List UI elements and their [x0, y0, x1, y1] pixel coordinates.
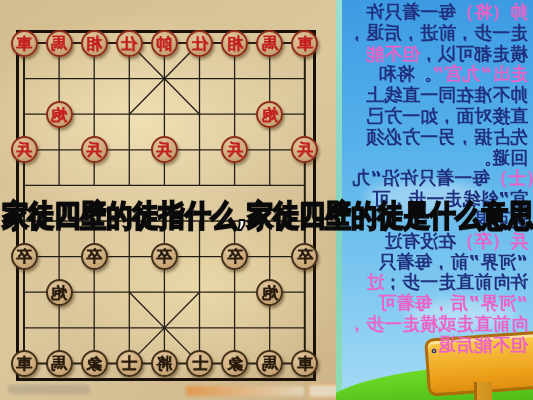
piece-black-horse[interactable]: 馬 — [256, 350, 283, 377]
rules-segment: 帅（将） — [456, 1, 528, 22]
piece-glyph: 馬 — [51, 352, 67, 375]
piece-glyph: 卒 — [86, 245, 102, 268]
piece-glyph: 仕 — [192, 32, 208, 55]
piece-red-cannon[interactable]: 炮 — [46, 101, 73, 128]
piece-glyph: 兵 — [227, 138, 243, 161]
rules-segment: 但不能 — [366, 43, 420, 64]
piece-glyph: 卒 — [156, 245, 172, 268]
piece-red-soldier[interactable]: 兵 — [151, 136, 178, 163]
rules-line: 向前直走或横走一步， — [340, 314, 528, 335]
rules-segment: 先占据，另一方必须 — [366, 126, 528, 147]
piece-black-soldier[interactable]: 卒 — [81, 243, 108, 270]
rules-segment: 许向前直走一步； — [384, 271, 528, 292]
piece-black-horse[interactable]: 馬 — [46, 350, 73, 377]
piece-glyph: 兵 — [16, 138, 32, 161]
piece-glyph: 車 — [297, 32, 313, 55]
piece-glyph: 兵 — [156, 138, 172, 161]
rules-segment: 过 — [366, 271, 384, 292]
piece-black-advisor[interactable]: 士 — [186, 350, 213, 377]
rules-segment: 直接对面，如一方已 — [366, 105, 528, 126]
piece-red-chariot[interactable]: 車 — [11, 30, 38, 57]
rules-segment: 每一着只许 — [366, 1, 456, 22]
rules-segment: 仕（士） — [490, 167, 533, 188]
piece-black-chariot[interactable]: 車 — [11, 350, 38, 377]
piece-glyph: 炮 — [262, 281, 278, 304]
rules-segment: 每一着只许沿“九 — [352, 167, 490, 188]
rules-segment: “河界”前，每着只 — [378, 251, 528, 272]
piece-glyph: 兵 — [86, 138, 102, 161]
title-overlay: 家徒四壁的徒指什么,家徒四壁的徒是什么意思 — [2, 196, 533, 237]
mirrored-rules-text: 帅（将）每一着只许走一步，前进，后退，横走都可以，但不能走出“九宫”。将和帅不准… — [340, 2, 528, 356]
piece-black-chariot[interactable]: 車 — [291, 350, 318, 377]
piece-glyph: 帥 — [156, 32, 172, 55]
piece-glyph: 將 — [156, 352, 172, 375]
piece-glyph: 炮 — [51, 103, 67, 126]
piece-glyph: 車 — [297, 352, 313, 375]
piece-glyph: 象 — [227, 352, 243, 375]
piece-red-elephant[interactable]: 相 — [81, 30, 108, 57]
piece-glyph: 馬 — [262, 32, 278, 55]
rules-line: 许向前直走一步；过 — [340, 272, 528, 293]
piece-red-general[interactable]: 帥 — [151, 30, 178, 57]
rules-line: 帅不准在同一直线上 — [340, 85, 528, 106]
piece-glyph: 車 — [16, 352, 32, 375]
piece-black-elephant[interactable]: 象 — [221, 350, 248, 377]
rules-segment: 。 — [420, 334, 438, 355]
rules-segment: 帅不准在同一直线上 — [366, 84, 528, 105]
piece-red-horse[interactable]: 馬 — [256, 30, 283, 57]
piece-red-cannon[interactable]: 炮 — [256, 101, 283, 128]
rules-segment: 。将和 — [378, 63, 432, 84]
piece-glyph: 相 — [86, 32, 102, 55]
piece-red-horse[interactable]: 馬 — [46, 30, 73, 57]
rules-line: 仕（士）每一着只许沿“九 — [340, 168, 533, 189]
piece-black-advisor[interactable]: 士 — [116, 350, 143, 377]
rules-line: 帅（将）每一着只许 — [340, 2, 528, 23]
rules-line: “河界”前，每着只 — [340, 252, 528, 273]
rules-segment: 但不能后退 — [438, 334, 528, 355]
rules-line: 先占据，另一方必须 — [340, 127, 528, 148]
piece-glyph: 炮 — [51, 281, 67, 304]
piece-glyph: 卒 — [297, 245, 313, 268]
piece-black-cannon[interactable]: 炮 — [256, 279, 283, 306]
rules-line: 直接对面，如一方已 — [340, 106, 528, 127]
rules-line: 回避。 — [340, 148, 528, 169]
piece-glyph: 車 — [16, 32, 32, 55]
piece-black-soldier[interactable]: 卒 — [11, 243, 38, 270]
rules-segment: 走出“九宫” — [432, 63, 528, 84]
piece-red-advisor[interactable]: 仕 — [116, 30, 143, 57]
rules-line: 但不能后退。 — [340, 335, 528, 356]
piece-red-elephant[interactable]: 相 — [221, 30, 248, 57]
piece-glyph: 象 — [86, 352, 102, 375]
piece-red-chariot[interactable]: 車 — [291, 30, 318, 57]
rules-line: 走一步，前进，后退， — [340, 23, 528, 44]
rules-segment: 回避。 — [474, 147, 528, 168]
rules-segment: “河界”后，每着可 — [378, 292, 528, 313]
rules-line: 横走都可以，但不能 — [340, 44, 528, 65]
piece-black-cannon[interactable]: 炮 — [46, 279, 73, 306]
piece-red-advisor[interactable]: 仕 — [186, 30, 213, 57]
piece-glyph: 炮 — [262, 103, 278, 126]
rules-line: “河界”后，每着可 — [340, 293, 528, 314]
video-frame: 車馬相仕帥仕相馬車炮炮兵兵兵兵兵卒卒卒卒卒炮炮車馬象士將士象馬車 帅（将）每一着… — [0, 0, 533, 400]
piece-black-soldier[interactable]: 卒 — [221, 243, 248, 270]
rules-line: 走出“九宫”。将和 — [340, 64, 528, 85]
piece-glyph: 士 — [121, 352, 137, 375]
piece-glyph: 卒 — [227, 245, 243, 268]
watermark-blur-left — [8, 385, 90, 394]
piece-glyph: 相 — [227, 32, 243, 55]
piece-glyph: 馬 — [51, 32, 67, 55]
piece-black-soldier[interactable]: 卒 — [151, 243, 178, 270]
piece-red-soldier[interactable]: 兵 — [81, 136, 108, 163]
piece-glyph: 卒 — [16, 245, 32, 268]
piece-black-elephant[interactable]: 象 — [81, 350, 108, 377]
rules-segment: 向前直走或横走一步， — [348, 313, 528, 334]
rules-segment: 走一步，前进，后退， — [348, 22, 528, 43]
watermark-blur-center — [186, 386, 304, 396]
signpost-pole — [474, 382, 492, 400]
piece-red-soldier[interactable]: 兵 — [11, 136, 38, 163]
rules-segment: 横走都可以， — [420, 43, 528, 64]
piece-glyph: 兵 — [297, 138, 313, 161]
piece-glyph: 仕 — [121, 32, 137, 55]
piece-glyph: 士 — [192, 352, 208, 375]
piece-black-general[interactable]: 將 — [151, 350, 178, 377]
piece-glyph: 馬 — [262, 352, 278, 375]
